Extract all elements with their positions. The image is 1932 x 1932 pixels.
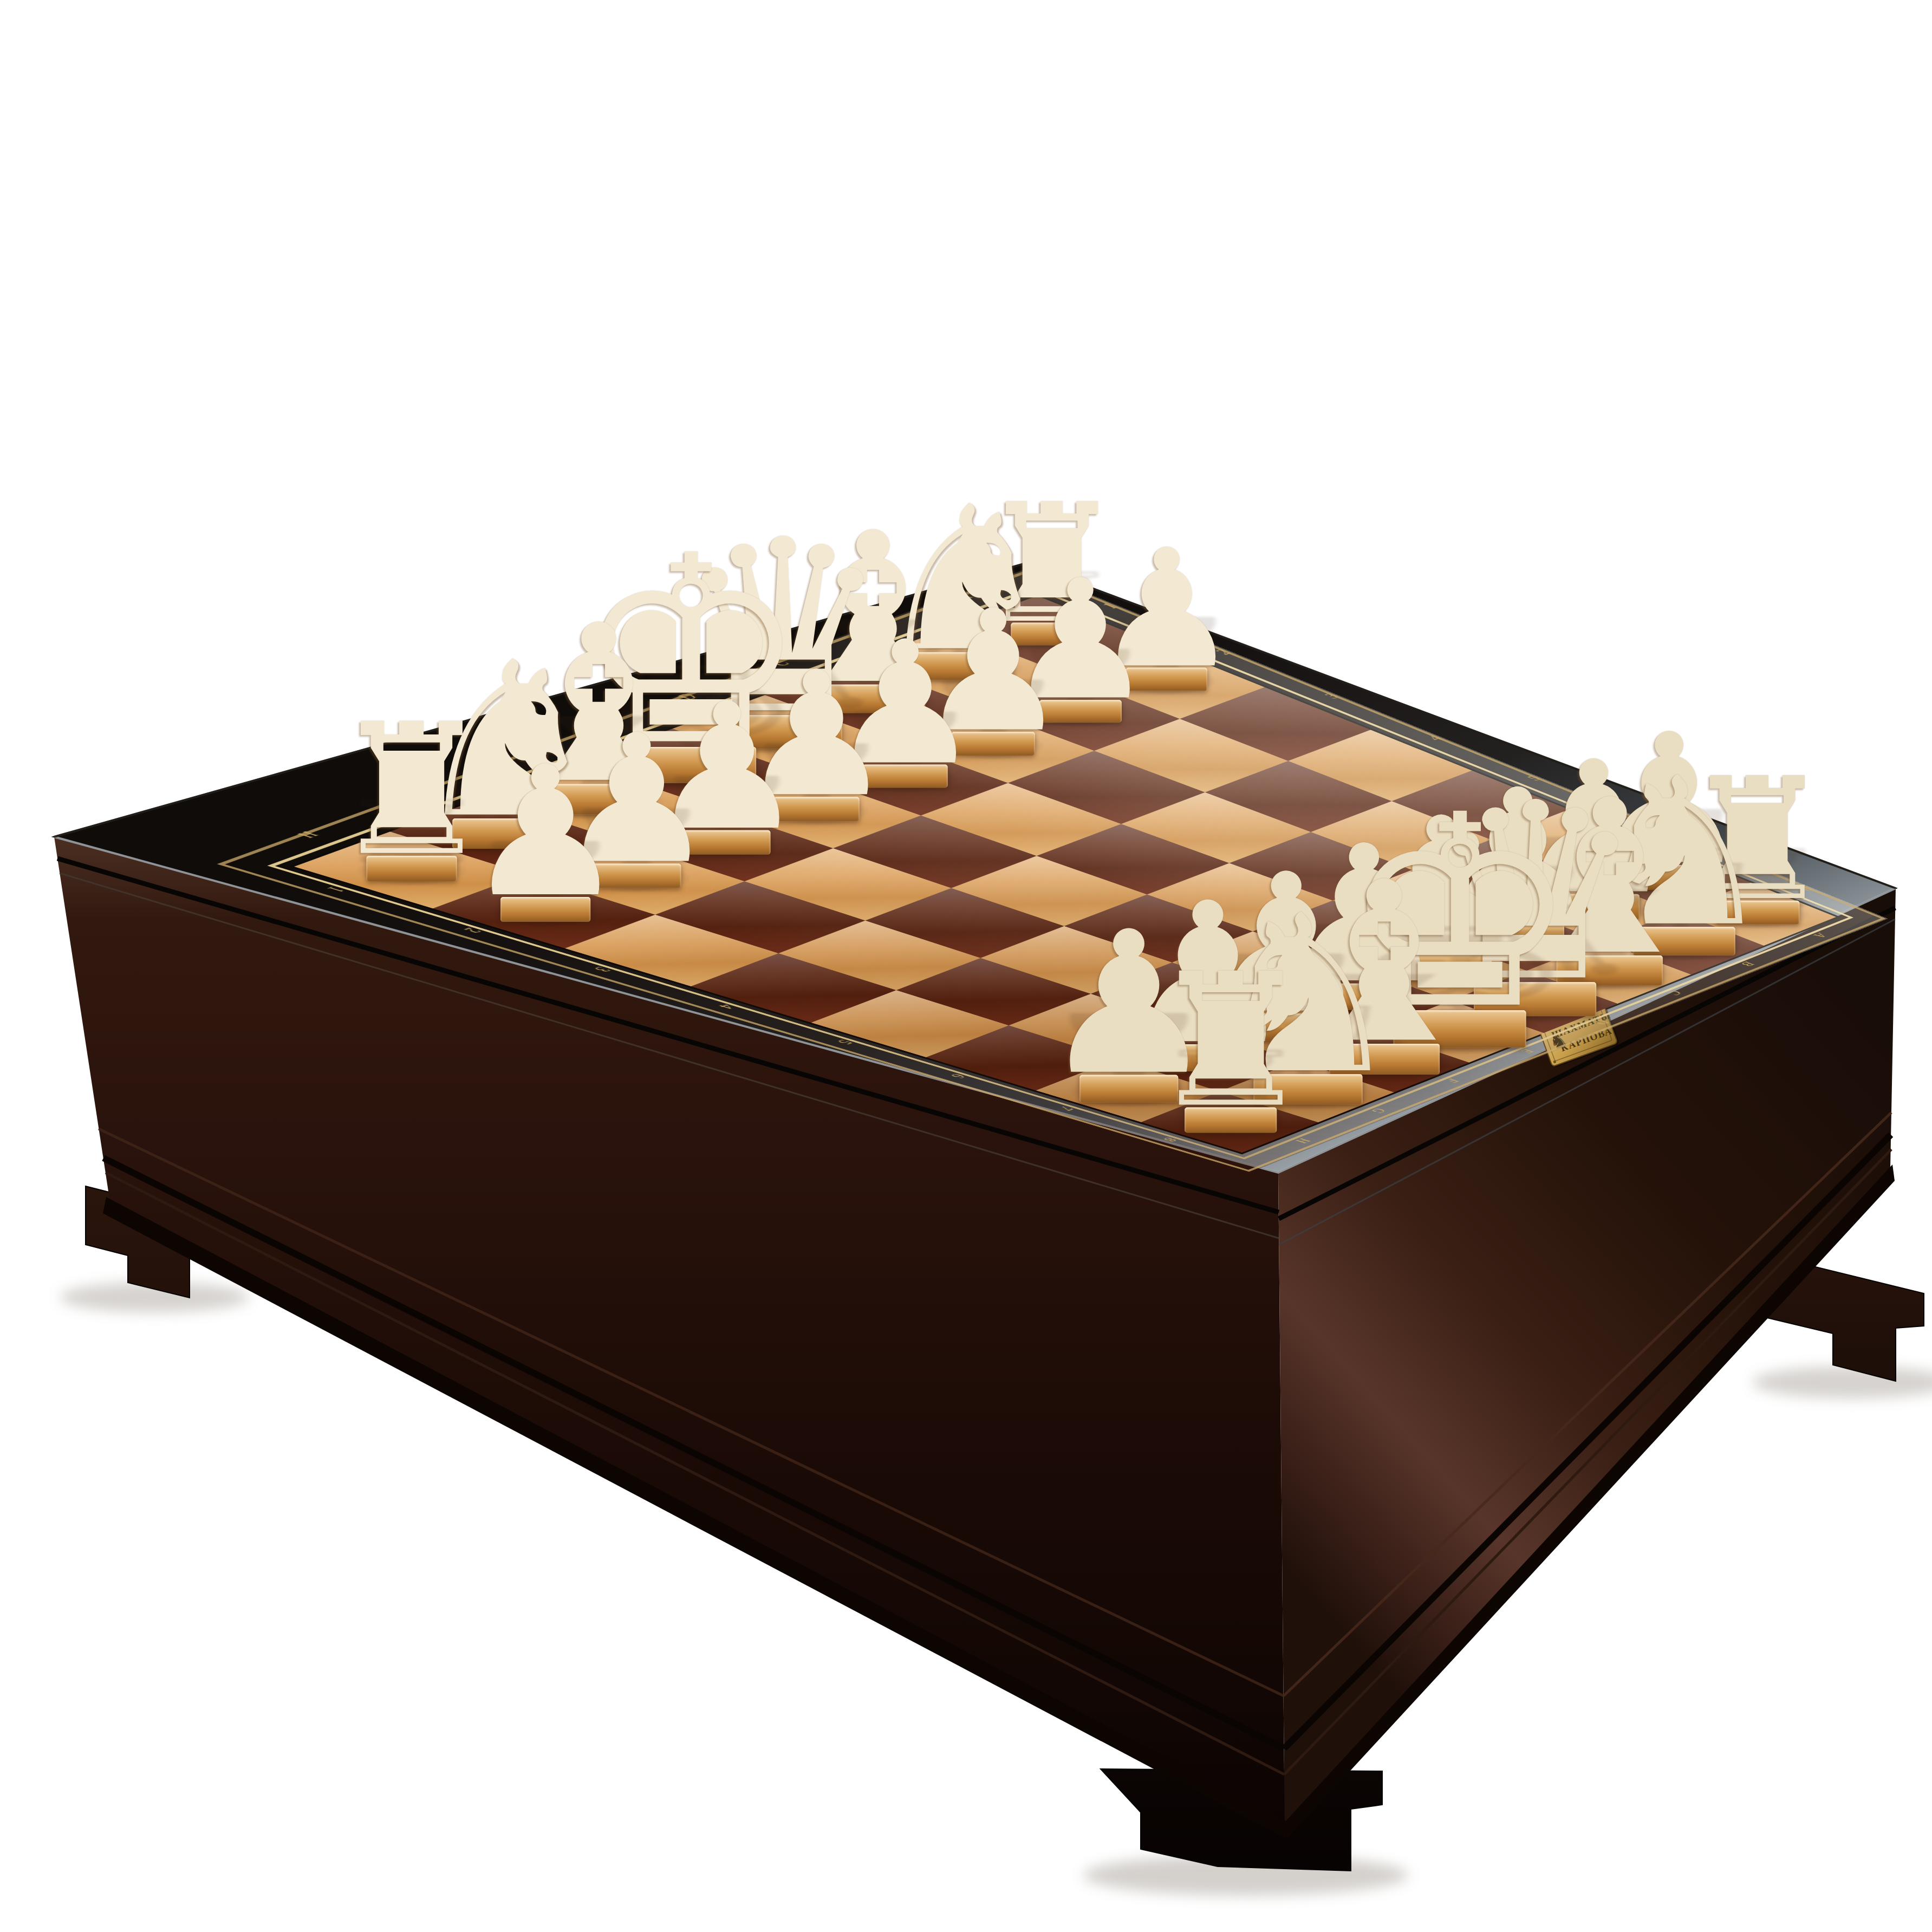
pieces-layer: ♜♜♞♞♝♝♛♛♚♚♝♝♞♞♜♜♟♟♟♟♟♟♟♟♟♟♟♟♟♟♟♟♟♟♟♟♟♟♟♟… — [0, 0, 1932, 1932]
piece-glyph-rook: ♜ — [1148, 949, 1313, 1133]
piece-glyph-pawn: ♟ — [465, 743, 626, 922]
chess-set-photo: ♞ ШАХМАТЫ КАРПОВА AABBCCDDEEFFGGHH112233… — [0, 0, 1932, 1932]
